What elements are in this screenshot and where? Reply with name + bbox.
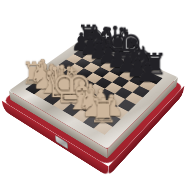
product-photo-stage: Marble chess board in starting position …: [0, 0, 190, 190]
piece-black-pawn-h7: ♟: [136, 59, 160, 86]
piece-white-rook-h1: ♜: [88, 95, 118, 128]
chess-set-scene: ♜♞♝♛♚♝♞♜♟♟♟♟♟♟♟♟♟♟♟♟♟♟♟♟♜♞♝♛♚♝♞♜: [2, 41, 185, 167]
